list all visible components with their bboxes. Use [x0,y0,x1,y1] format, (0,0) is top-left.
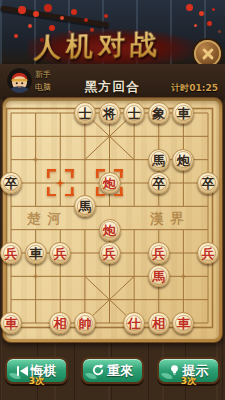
piece-black-c7r4[interactable]: 卒 [148,172,170,194]
piece-black-c6r1[interactable]: 士 [123,102,145,124]
piece-black-c7r3[interactable]: 馬 [148,149,170,171]
restart-button[interactable]: 重來 [81,357,144,384]
hint-count-badge: 3次 [181,376,196,386]
river-label-right: 漢界 [150,210,191,228]
piece-black-c9r4[interactable]: 卒 [197,172,219,194]
page-title: 人机对战 [0,25,196,66]
piece-red-c4r10[interactable]: 帥 [74,312,96,334]
hint-bulb-icon [169,360,180,383]
piece-red-c5r4[interactable]: 炮 [99,172,121,194]
restart-icon [92,360,104,383]
timer-label: 计时01:25 [171,82,218,95]
piece-red-c1r7[interactable]: 兵 [0,242,22,264]
piece-black-c7r1[interactable]: 象 [148,102,170,124]
piece-black-c5r1[interactable]: 将 [99,102,121,124]
restart-label: 重來 [107,363,133,378]
opponent-level-label: 新手 [35,70,51,79]
river-label-left: 楚河 [27,210,68,228]
undo-icon [17,366,28,376]
close-button[interactable] [194,40,221,67]
piece-red-c9r7[interactable]: 兵 [197,242,219,264]
app-window: 人机对战 新手 电脑 黑方回合 计时01:25 楚河 漢界 [0,0,225,400]
undo-count-badge: 3次 [29,376,44,386]
piece-red-c7r8[interactable]: 馬 [148,265,170,287]
plum-blossoms-right [186,4,193,11]
piece-red-c7r7[interactable]: 兵 [148,242,170,264]
piece-black-c2r7[interactable]: 車 [25,242,47,264]
piece-red-c6r10[interactable]: 仕 [123,312,145,334]
piece-red-c5r6[interactable]: 炮 [99,219,121,241]
undo-button[interactable]: 悔棋 3次 [5,357,68,384]
hint-button[interactable]: 提示 3次 [157,357,220,384]
piece-red-c7r10[interactable]: 相 [148,312,170,334]
piece-black-c8r3[interactable]: 炮 [172,149,194,171]
piece-black-c4r1[interactable]: 士 [74,102,96,124]
piece-red-c1r10[interactable]: 車 [0,312,22,334]
piece-red-c5r7[interactable]: 兵 [99,242,121,264]
piece-black-c1r4[interactable]: 卒 [0,172,22,194]
plum-blossoms-left [18,6,26,14]
